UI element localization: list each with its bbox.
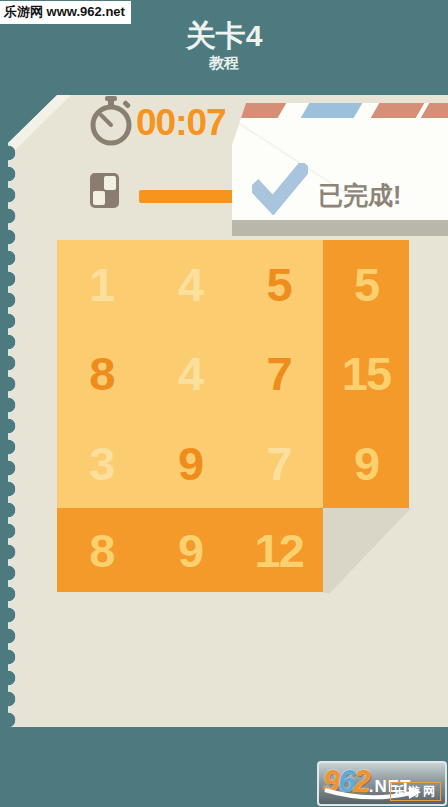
airmail-stripe-2 — [301, 103, 363, 118]
timer-value: 00:07 — [136, 102, 226, 144]
grid-cell-r3c2[interactable]: 9 — [146, 419, 235, 508]
completed-toast: 已完成! — [232, 103, 448, 220]
col-target-3: 12 — [234, 508, 323, 592]
progress-bar — [139, 190, 239, 203]
row-targets-column: 5159 — [323, 240, 409, 508]
grid-cell-r1c1[interactable]: 1 — [57, 240, 146, 329]
grid-cell-r1c3[interactable]: 5 — [234, 240, 323, 329]
row-target-2: 15 — [323, 329, 409, 418]
stopwatch-icon — [88, 96, 136, 148]
completed-text: 已完成! — [318, 179, 401, 212]
paper-scalloped-edge — [8, 143, 20, 727]
row-target-3: 9 — [323, 419, 409, 508]
col-target-2: 9 — [146, 508, 235, 592]
grid-cell-r2c2[interactable]: 4 — [146, 329, 235, 418]
logo-site-name: 乐游网 — [390, 782, 441, 801]
airmail-stripe-band — [232, 103, 448, 118]
grid-cell-r3c1[interactable]: 3 — [57, 419, 146, 508]
watermark: 乐游网 www.962.net — [0, 1, 131, 24]
grid-cell-r2c1[interactable]: 8 — [57, 329, 146, 418]
airmail-stripe-3 — [371, 103, 425, 118]
paper-fold-corner — [8, 95, 88, 175]
main-grid: 145847397 — [57, 240, 323, 508]
page-subtitle: 教程 — [0, 54, 448, 73]
col-target-1: 8 — [57, 508, 146, 592]
col-targets-row: 8912 — [57, 508, 323, 592]
grid-cell-r1c2[interactable]: 4 — [146, 240, 235, 329]
airmail-stripe-4 — [421, 103, 448, 118]
row-target-1: 5 — [323, 240, 409, 329]
checker-icon — [90, 173, 119, 208]
app: 乐游网 www.962.net 关卡4 教程 00:07 145847397 5… — [0, 0, 448, 807]
grid-cell-r2c3[interactable]: 7 — [234, 329, 323, 418]
site-logo-962: 962.NET 乐游网 — [317, 761, 447, 806]
grid-cell-r3c3[interactable]: 7 — [234, 419, 323, 508]
toast-drop-shadow — [232, 219, 448, 236]
checkmark-icon — [252, 163, 308, 215]
